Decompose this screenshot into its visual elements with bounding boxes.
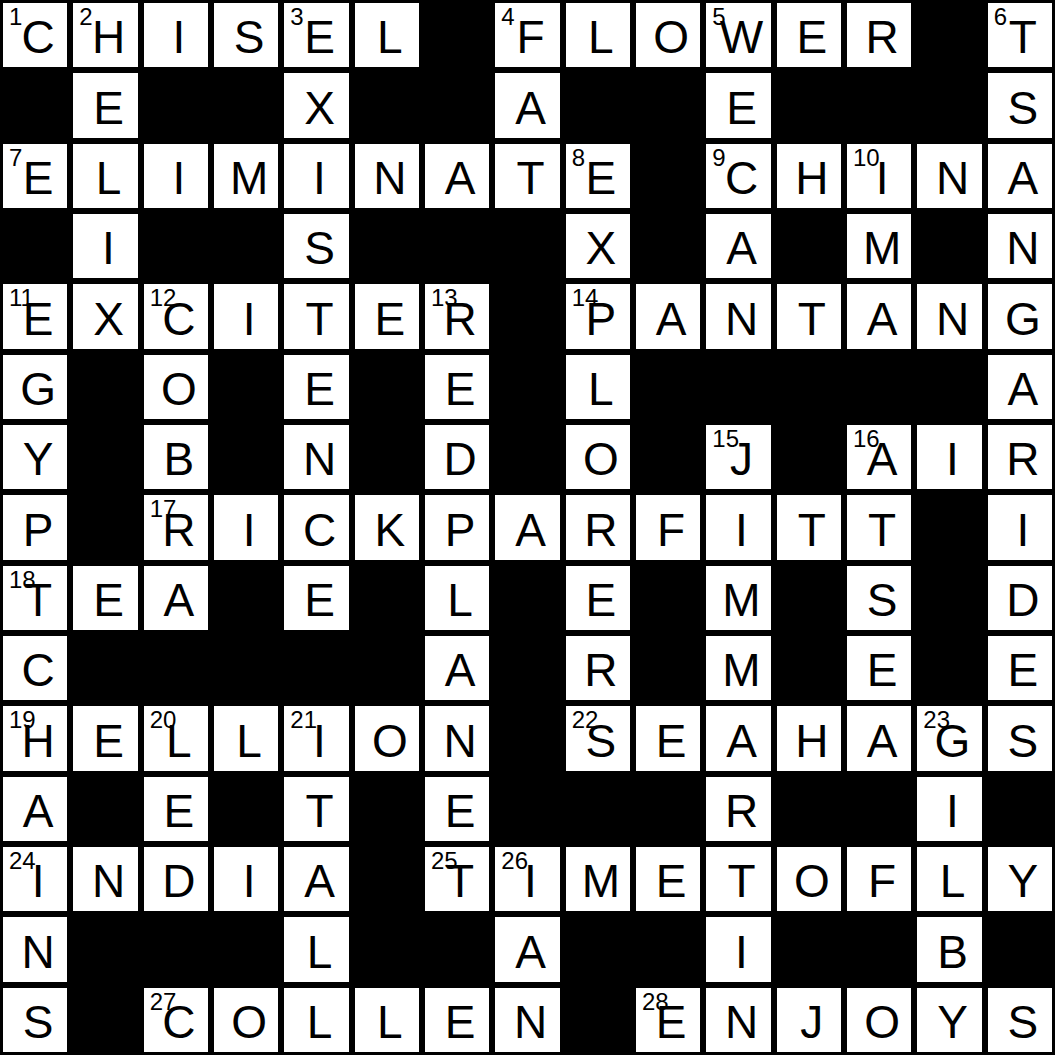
cell-r5-c14[interactable]: N [914,281,984,351]
cell-letter: L [79,155,137,201]
cell-letter: I [220,507,278,553]
cell-r8-c6[interactable]: K [352,492,422,562]
block-cell-r14-c3 [141,914,211,984]
cell-r15-c1[interactable]: S [0,985,70,1055]
cell-letter: N [923,296,981,342]
cell-r9-c1[interactable]: 18T [0,563,70,633]
cell-r11-c14[interactable]: 23G [914,703,984,773]
cell-letter: S [290,225,348,271]
cell-r7-c3[interactable]: B [141,422,211,492]
cell-letter: L [572,366,630,412]
cell-r11-c15[interactable]: S [985,703,1055,773]
cell-r5-c6[interactable]: E [352,281,422,351]
cell-letter: E [853,647,911,693]
cell-r10-c9[interactable]: R [563,633,633,703]
cell-r8-c4[interactable]: I [211,492,281,562]
cell-r11-c7[interactable]: N [422,703,492,773]
cell-r9-c15[interactable]: D [985,563,1055,633]
block-cell-r2-c6 [352,70,422,140]
block-cell-r9-c6 [352,563,422,633]
cell-r7-c9[interactable]: O [563,422,633,492]
cell-letter: E [9,155,67,201]
cell-r3-c8[interactable]: T [492,141,562,211]
cell-r1-c11[interactable]: 5W [703,0,773,70]
cell-r1-c1[interactable]: 1C [0,0,70,70]
cell-r10-c15[interactable]: E [985,633,1055,703]
cell-letter: E [79,577,137,623]
cell-r7-c11[interactable]: 15J [703,422,773,492]
cell-r3-c15[interactable]: A [985,141,1055,211]
cell-r15-c6[interactable]: L [352,985,422,1055]
cell-letter: Y [923,999,981,1045]
cell-r4-c5[interactable]: S [281,211,351,281]
cell-r9-c3[interactable]: A [141,563,211,633]
cell-r8-c3[interactable]: 17R [141,492,211,562]
cell-r1-c15[interactable]: 6T [985,0,1055,70]
cell-letter: L [431,577,489,623]
cell-r7-c15[interactable]: R [985,422,1055,492]
block-cell-r11-c8 [492,703,562,773]
cell-letter: T [783,296,841,342]
cell-r12-c14[interactable]: I [914,774,984,844]
cell-r3-c14[interactable]: N [914,141,984,211]
block-cell-r12-c8 [492,774,562,844]
cell-r12-c5[interactable]: T [281,774,351,844]
cell-r15-c5[interactable]: L [281,985,351,1055]
cell-letter: G [9,366,67,412]
cell-letter: N [361,155,419,201]
block-cell-r10-c6 [352,633,422,703]
cell-r10-c7[interactable]: A [422,633,492,703]
cell-r4-c13[interactable]: M [844,211,914,281]
block-cell-r1-c7 [422,0,492,70]
cell-r13-c10[interactable]: E [633,844,703,914]
cell-letter: J [712,436,770,482]
cell-r5-c4[interactable]: I [211,281,281,351]
cell-r1-c5[interactable]: 3E [281,0,351,70]
cell-letter: T [290,788,348,834]
cell-r3-c13[interactable]: 10I [844,141,914,211]
cell-r1-c12[interactable]: E [774,0,844,70]
cell-r11-c12[interactable]: H [774,703,844,773]
cell-letter: F [853,858,911,904]
cell-r11-c10[interactable]: E [633,703,703,773]
block-cell-r12-c13 [844,774,914,844]
block-cell-r2-c1 [0,70,70,140]
cell-r2-c15[interactable]: S [985,70,1055,140]
block-cell-r10-c3 [141,633,211,703]
cell-letter: I [923,436,981,482]
cell-letter: C [9,14,67,60]
cell-r13-c2[interactable]: N [70,844,140,914]
cell-letter: R [431,296,489,342]
cell-r1-c8[interactable]: 4F [492,0,562,70]
cell-r1-c10[interactable]: O [633,0,703,70]
cell-letter: A [9,788,67,834]
cell-r1-c6[interactable]: L [352,0,422,70]
cell-r4-c11[interactable]: A [703,211,773,281]
cell-r6-c1[interactable]: G [0,352,70,422]
cell-r15-c15[interactable]: S [985,985,1055,1055]
block-cell-r2-c10 [633,70,703,140]
cell-r5-c13[interactable]: A [844,281,914,351]
cell-letter: H [79,14,137,60]
block-cell-r14-c15 [985,914,1055,984]
cell-letter: D [150,858,208,904]
block-cell-r2-c12 [774,70,844,140]
cell-letter: I [712,507,770,553]
cell-r5-c11[interactable]: N [703,281,773,351]
cell-letter: J [783,999,841,1045]
cell-r13-c1[interactable]: 24I [0,844,70,914]
block-cell-r8-c14 [914,492,984,562]
cell-r13-c5[interactable]: A [281,844,351,914]
block-cell-r1-c14 [914,0,984,70]
cell-letter: A [853,718,911,764]
cell-letter: E [290,14,348,60]
block-cell-r4-c10 [633,211,703,281]
block-cell-r12-c9 [563,774,633,844]
cell-r2-c8[interactable]: A [492,70,562,140]
cell-r11-c11[interactable]: A [703,703,773,773]
cell-r3-c11[interactable]: 9C [703,141,773,211]
cell-letter: E [712,85,770,131]
cell-letter: E [9,296,67,342]
cell-r10-c11[interactable]: M [703,633,773,703]
block-cell-r2-c4 [211,70,281,140]
cell-r15-c10[interactable]: 28E [633,985,703,1055]
block-cell-r14-c7 [422,914,492,984]
cell-letter: N [923,155,981,201]
cell-r9-c11[interactable]: M [703,563,773,633]
block-cell-r2-c13 [844,70,914,140]
cell-r8-c8[interactable]: A [492,492,562,562]
cell-r2-c11[interactable]: E [703,70,773,140]
cell-r15-c11[interactable]: N [703,985,773,1055]
cell-r3-c7[interactable]: A [422,141,492,211]
cell-letter: O [150,366,208,412]
cell-r7-c1[interactable]: Y [0,422,70,492]
cell-r10-c1[interactable]: C [0,633,70,703]
cell-letter: T [712,858,770,904]
cell-r15-c12[interactable]: J [774,985,844,1055]
block-cell-r14-c13 [844,914,914,984]
cell-letter: R [994,436,1052,482]
cell-letter: R [572,647,630,693]
cell-letter: T [290,296,348,342]
block-cell-r3-c10 [633,141,703,211]
cell-r3-c3[interactable]: I [141,141,211,211]
cell-r4-c15[interactable]: N [985,211,1055,281]
cell-r15-c7[interactable]: E [422,985,492,1055]
cell-r13-c11[interactable]: T [703,844,773,914]
block-cell-r13-c6 [352,844,422,914]
cell-r11-c6[interactable]: O [352,703,422,773]
block-cell-r9-c8 [492,563,562,633]
cell-r4-c2[interactable]: I [70,211,140,281]
cell-r5-c12[interactable]: T [774,281,844,351]
cell-r8-c5[interactable]: C [281,492,351,562]
cell-letter: P [572,296,630,342]
cell-letter: M [220,155,278,201]
block-cell-r14-c4 [211,914,281,984]
cell-letter: F [642,507,700,553]
cell-r12-c7[interactable]: E [422,774,492,844]
cell-letter: T [431,858,489,904]
cell-r8-c10[interactable]: F [633,492,703,562]
block-cell-r7-c4 [211,422,281,492]
block-cell-r6-c13 [844,352,914,422]
cell-letter: C [9,647,67,693]
block-cell-r2-c3 [141,70,211,140]
block-cell-r6-c12 [774,352,844,422]
cell-r15-c14[interactable]: Y [914,985,984,1055]
cell-r6-c15[interactable]: A [985,352,1055,422]
cell-r11-c2[interactable]: E [70,703,140,773]
cell-r5-c15[interactable]: G [985,281,1055,351]
cell-r13-c3[interactable]: D [141,844,211,914]
cell-r3-c9[interactable]: 8E [563,141,633,211]
block-cell-r15-c9 [563,985,633,1055]
block-cell-r10-c8 [492,633,562,703]
cell-letter: C [150,999,208,1045]
cell-r8-c11[interactable]: I [703,492,773,562]
cell-r5-c9[interactable]: 14P [563,281,633,351]
cell-r11-c3[interactable]: 20L [141,703,211,773]
block-cell-r10-c4 [211,633,281,703]
cell-r11-c4[interactable]: L [211,703,281,773]
cell-r8-c7[interactable]: P [422,492,492,562]
cell-letter: H [9,718,67,764]
cell-letter: I [220,858,278,904]
cell-letter: E [642,999,700,1045]
cell-r6-c3[interactable]: O [141,352,211,422]
cell-r3-c6[interactable]: N [352,141,422,211]
cell-letter: N [501,999,559,1045]
cell-letter: M [572,858,630,904]
cell-letter: Y [9,436,67,482]
block-cell-r6-c6 [352,352,422,422]
cell-letter: C [712,155,770,201]
cell-r14-c14[interactable]: B [914,914,984,984]
cell-r11-c5[interactable]: 21I [281,703,351,773]
cell-r5-c1[interactable]: 11E [0,281,70,351]
cell-letter: O [220,999,278,1045]
cell-r13-c7[interactable]: 25T [422,844,492,914]
cell-letter: I [923,788,981,834]
block-cell-r10-c14 [914,633,984,703]
block-cell-r9-c12 [774,563,844,633]
cell-r5-c10[interactable]: A [633,281,703,351]
cell-r13-c4[interactable]: I [211,844,281,914]
block-cell-r10-c12 [774,633,844,703]
block-cell-r4-c3 [141,211,211,281]
cell-letter: E [642,858,700,904]
cell-letter: N [712,296,770,342]
cell-letter: L [290,929,348,975]
cell-letter: B [923,929,981,975]
block-cell-r6-c14 [914,352,984,422]
block-cell-r10-c5 [281,633,351,703]
block-cell-r12-c2 [70,774,140,844]
block-cell-r7-c12 [774,422,844,492]
cell-letter: S [9,999,67,1045]
cell-r7-c13[interactable]: 16A [844,422,914,492]
block-cell-r10-c10 [633,633,703,703]
cell-r14-c11[interactable]: I [703,914,773,984]
cell-r8-c13[interactable]: T [844,492,914,562]
cell-r7-c5[interactable]: N [281,422,351,492]
cell-r14-c1[interactable]: N [0,914,70,984]
cell-r8-c1[interactable]: P [0,492,70,562]
cell-letter: N [994,225,1052,271]
cell-r13-c12[interactable]: O [774,844,844,914]
cell-letter: I [150,14,208,60]
cell-r3-c2[interactable]: L [70,141,140,211]
cell-r11-c1[interactable]: 19H [0,703,70,773]
cell-letter: M [712,647,770,693]
cell-r6-c7[interactable]: E [422,352,492,422]
cell-letter: I [220,296,278,342]
cell-letter: E [150,788,208,834]
cell-r11-c13[interactable]: A [844,703,914,773]
cell-r2-c5[interactable]: X [281,70,351,140]
block-cell-r15-c2 [70,985,140,1055]
cell-letter: A [994,366,1052,412]
cell-r13-c14[interactable]: L [914,844,984,914]
cell-letter: M [853,225,911,271]
cell-r3-c5[interactable]: I [281,141,351,211]
cell-letter: I [290,155,348,201]
cell-r14-c5[interactable]: L [281,914,351,984]
cell-letter: N [9,929,67,975]
cell-r13-c8[interactable]: 26I [492,844,562,914]
cell-letter: E [79,718,137,764]
cell-r3-c1[interactable]: 7E [0,141,70,211]
cell-letter: L [290,999,348,1045]
cell-letter: K [361,507,419,553]
cell-letter: P [9,507,67,553]
cell-r15-c4[interactable]: O [211,985,281,1055]
cell-r5-c5[interactable]: T [281,281,351,351]
cell-letter: N [79,858,137,904]
cell-r13-c13[interactable]: F [844,844,914,914]
cell-r8-c9[interactable]: R [563,492,633,562]
cell-letter: I [501,858,559,904]
cell-letter: S [994,999,1052,1045]
cell-letter: A [853,296,911,342]
cell-r12-c3[interactable]: E [141,774,211,844]
cell-r3-c4[interactable]: M [211,141,281,211]
cell-r15-c3[interactable]: 27C [141,985,211,1055]
block-cell-r12-c12 [774,774,844,844]
cell-r1-c4[interactable]: S [211,0,281,70]
block-cell-r9-c14 [914,563,984,633]
cell-letter: A [290,858,348,904]
cell-letter: O [361,718,419,764]
cell-letter: E [431,999,489,1045]
cell-letter: S [572,718,630,764]
cell-letter: X [572,225,630,271]
block-cell-r6-c2 [70,352,140,422]
cell-letter: E [290,577,348,623]
cell-r12-c1[interactable]: A [0,774,70,844]
cell-r6-c5[interactable]: E [281,352,351,422]
cell-r9-c5[interactable]: E [281,563,351,633]
cell-r14-c8[interactable]: A [492,914,562,984]
cell-letter: R [712,788,770,834]
cell-letter: F [501,14,559,60]
cell-r9-c9[interactable]: E [563,563,633,633]
cell-r1-c9[interactable]: L [563,0,633,70]
cell-r13-c9[interactable]: M [563,844,633,914]
cell-letter: T [994,14,1052,60]
block-cell-r2-c9 [563,70,633,140]
cell-r4-c9[interactable]: X [563,211,633,281]
cell-letter: C [290,507,348,553]
cell-r1-c3[interactable]: I [141,0,211,70]
cell-r15-c8[interactable]: N [492,985,562,1055]
block-cell-r7-c8 [492,422,562,492]
cell-letter: A [712,225,770,271]
cell-r12-c11[interactable]: R [703,774,773,844]
cell-letter: O [572,436,630,482]
cell-letter: R [150,507,208,553]
cell-r1-c13[interactable]: R [844,0,914,70]
cell-r8-c15[interactable]: I [985,492,1055,562]
block-cell-r14-c9 [563,914,633,984]
cell-r5-c3[interactable]: 12C [141,281,211,351]
cell-letter: Y [994,858,1052,904]
cell-letter: I [290,718,348,764]
cell-r15-c13[interactable]: O [844,985,914,1055]
cell-letter: L [572,14,630,60]
cell-letter: D [994,577,1052,623]
cell-r13-c15[interactable]: Y [985,844,1055,914]
cell-r5-c2[interactable]: X [70,281,140,351]
block-cell-r7-c6 [352,422,422,492]
cell-letter: H [783,155,841,201]
cell-letter: I [994,507,1052,553]
cell-letter: A [712,718,770,764]
cell-letter: S [994,85,1052,131]
cell-r6-c9[interactable]: L [563,352,633,422]
cell-letter: H [783,718,841,764]
cell-letter: S [220,14,278,60]
cell-r7-c7[interactable]: D [422,422,492,492]
block-cell-r7-c2 [70,422,140,492]
cell-r7-c14[interactable]: I [914,422,984,492]
cell-letter: A [853,436,911,482]
cell-letter: X [79,296,137,342]
cell-r9-c7[interactable]: L [422,563,492,633]
cell-letter: I [150,155,208,201]
cell-letter: O [642,14,700,60]
cell-r9-c13[interactable]: S [844,563,914,633]
cell-r5-c7[interactable]: 13R [422,281,492,351]
cell-r8-c12[interactable]: T [774,492,844,562]
cell-r11-c9[interactable]: 22S [563,703,633,773]
cell-letter: E [783,14,841,60]
cell-letter: E [642,718,700,764]
cell-letter: P [431,507,489,553]
cell-r3-c12[interactable]: H [774,141,844,211]
cell-r1-c2[interactable]: 2H [70,0,140,70]
cell-r10-c13[interactable]: E [844,633,914,703]
cell-letter: X [290,85,348,131]
cell-r9-c2[interactable]: E [70,563,140,633]
cell-r2-c2[interactable]: E [70,70,140,140]
